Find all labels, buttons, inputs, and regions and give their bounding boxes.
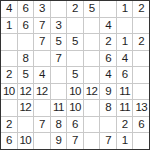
grid-cell[interactable] <box>51 84 67 100</box>
cell-number: 1 <box>122 135 128 147</box>
cell-number: 7 <box>72 135 78 147</box>
grid-cell[interactable] <box>133 18 149 34</box>
grid-cell[interactable] <box>84 133 100 149</box>
grid-cell[interactable] <box>51 1 67 17</box>
cell-number: 3 <box>56 20 62 32</box>
cell-number: 2 <box>6 119 12 131</box>
grid-cell[interactable]: 6 <box>117 67 133 83</box>
grid-cell[interactable]: 1 <box>117 34 133 50</box>
grid-cell[interactable]: 10 <box>18 133 34 149</box>
cell-number: 9 <box>105 86 111 98</box>
cell-number: 2 <box>105 36 111 48</box>
cell-number: 6 <box>138 119 144 131</box>
grid-cell[interactable] <box>34 133 50 149</box>
cell-number: 12 <box>20 102 32 114</box>
cell-number: 6 <box>122 69 128 81</box>
grid-cell[interactable]: 12 <box>18 84 34 100</box>
cell-number: 5 <box>22 69 28 81</box>
grid-cell[interactable]: 3 <box>51 18 67 34</box>
grid-cell[interactable]: 6 <box>67 117 83 133</box>
grid-cell[interactable] <box>1 100 17 116</box>
grid-cell[interactable]: 7 <box>100 133 116 149</box>
grid-cell[interactable] <box>84 67 100 83</box>
cell-number: 10 <box>3 86 15 98</box>
cell-number: 2 <box>138 3 144 15</box>
cell-number: 9 <box>56 135 62 147</box>
grid-cell[interactable]: 2 <box>133 34 149 50</box>
grid-cell[interactable]: 1 <box>1 18 17 34</box>
cell-number: 10 <box>20 135 32 147</box>
grid-cell[interactable]: 12 <box>18 100 34 116</box>
grid-cell[interactable] <box>84 51 100 67</box>
grid-cell[interactable]: 2 <box>100 34 116 50</box>
grid-cell[interactable] <box>133 84 149 100</box>
cell-number: 6 <box>22 20 28 32</box>
cell-number: 11 <box>53 102 64 114</box>
cell-number: 3 <box>39 3 45 15</box>
puzzle-board: 4632512167347552128764254546101212101291… <box>0 0 150 150</box>
grid-cell[interactable] <box>18 34 34 50</box>
grid-cell[interactable]: 6 <box>100 51 116 67</box>
grid-cell[interactable]: 4 <box>1 1 17 17</box>
grid-cell[interactable] <box>67 18 83 34</box>
grid-cell[interactable]: 3 <box>34 1 50 17</box>
grid-cell[interactable]: 8 <box>51 117 67 133</box>
grid-cell[interactable]: 10 <box>67 84 83 100</box>
cell-number: 11 <box>119 86 130 98</box>
grid-cell[interactable] <box>84 100 100 116</box>
grid-cell[interactable] <box>84 18 100 34</box>
grid-cell[interactable]: 13 <box>133 100 149 116</box>
grid-cell[interactable]: 9 <box>100 84 116 100</box>
grid-cell[interactable]: 5 <box>67 67 83 83</box>
grid-cell[interactable] <box>1 51 17 67</box>
cell-number: 4 <box>6 3 12 15</box>
cell-number: 11 <box>119 102 130 114</box>
grid-cell[interactable]: 6 <box>133 117 149 133</box>
cell-number: 6 <box>6 135 12 147</box>
cell-number: 7 <box>39 20 45 32</box>
grid-cell[interactable]: 9 <box>51 133 67 149</box>
grid-cell[interactable]: 7 <box>67 133 83 149</box>
cell-number: 4 <box>105 20 111 32</box>
cell-number: 10 <box>69 102 81 114</box>
grid-cell[interactable]: 6 <box>18 18 34 34</box>
grid-cell[interactable]: 4 <box>100 67 116 83</box>
grid-cell[interactable]: 10 <box>1 84 17 100</box>
grid-cell[interactable]: 5 <box>18 67 34 83</box>
grid-cell[interactable] <box>51 67 67 83</box>
grid-cell[interactable]: 5 <box>51 34 67 50</box>
grid-cell[interactable]: 7 <box>34 117 50 133</box>
grid-cell[interactable] <box>18 117 34 133</box>
cell-number: 13 <box>135 102 147 114</box>
cell-number: 12 <box>86 86 98 98</box>
grid-cell[interactable] <box>34 100 50 116</box>
cell-number: 1 <box>122 3 128 15</box>
grid-cell[interactable]: 8 <box>18 51 34 67</box>
grid-cell[interactable]: 7 <box>34 18 50 34</box>
cell-number: 8 <box>105 102 111 114</box>
cell-number: 8 <box>22 53 28 65</box>
grid-cell[interactable]: 4 <box>117 51 133 67</box>
grid-cell[interactable] <box>133 67 149 83</box>
grid-cell[interactable]: 12 <box>34 84 50 100</box>
cell-number: 1 <box>6 20 12 32</box>
cell-number: 6 <box>72 119 78 131</box>
grid-cell[interactable]: 11 <box>117 100 133 116</box>
cell-number: 8 <box>56 119 62 131</box>
cell-number: 2 <box>138 36 144 48</box>
grid-cell[interactable]: 11 <box>117 84 133 100</box>
cell-number: 6 <box>22 3 28 15</box>
cell-number: 2 <box>122 119 128 131</box>
cell-number: 2 <box>6 69 12 81</box>
cell-number: 12 <box>20 86 32 98</box>
cell-number: 4 <box>122 53 128 65</box>
grid-cell[interactable]: 10 <box>67 100 83 116</box>
cell-number: 7 <box>56 53 62 65</box>
cell-number: 12 <box>36 86 48 98</box>
grid-cell[interactable]: 7 <box>34 34 50 50</box>
cell-number: 4 <box>105 69 111 81</box>
grid-cell[interactable]: 2 <box>133 1 149 17</box>
grid-cell[interactable] <box>34 51 50 67</box>
grid-cell[interactable]: 1 <box>117 1 133 17</box>
grid-cell[interactable]: 1 <box>117 133 133 149</box>
cell-number: 10 <box>69 86 81 98</box>
grid-cell[interactable] <box>117 18 133 34</box>
grid-cell[interactable] <box>133 133 149 149</box>
grid-cell[interactable]: 4 <box>34 67 50 83</box>
cell-number: 5 <box>72 69 78 81</box>
grid-cell[interactable] <box>100 117 116 133</box>
grid-cell[interactable]: 11 <box>51 100 67 116</box>
grid-cell[interactable]: 12 <box>84 84 100 100</box>
cell-number: 5 <box>72 36 78 48</box>
grid-cell[interactable]: 8 <box>100 100 116 116</box>
grid-cell[interactable]: 5 <box>67 34 83 50</box>
grid-cell[interactable] <box>67 51 83 67</box>
cell-number: 7 <box>39 119 45 131</box>
cell-number: 4 <box>39 69 45 81</box>
cell-number: 5 <box>89 3 95 15</box>
grid-cell[interactable] <box>100 1 116 17</box>
grid-cell[interactable]: 2 <box>1 117 17 133</box>
grid-cell[interactable]: 2 <box>1 67 17 83</box>
grid-cell[interactable] <box>84 34 100 50</box>
grid-cell[interactable]: 5 <box>84 1 100 17</box>
cell-number: 7 <box>39 36 45 48</box>
grid-cell[interactable] <box>1 34 17 50</box>
cell-number: 6 <box>105 53 111 65</box>
cell-number: 1 <box>122 36 128 48</box>
cell-number: 2 <box>72 3 78 15</box>
grid-cell[interactable] <box>84 117 100 133</box>
grid-cell[interactable]: 4 <box>100 18 116 34</box>
grid-cell[interactable]: 7 <box>51 51 67 67</box>
grid-cell[interactable]: 2 <box>117 117 133 133</box>
grid-cell[interactable] <box>133 51 149 67</box>
grid-cell[interactable]: 2 <box>67 1 83 17</box>
grid-cell[interactable]: 6 <box>18 1 34 17</box>
cell-number: 7 <box>105 135 111 147</box>
grid-cell[interactable]: 6 <box>1 133 17 149</box>
cell-number: 5 <box>56 36 62 48</box>
